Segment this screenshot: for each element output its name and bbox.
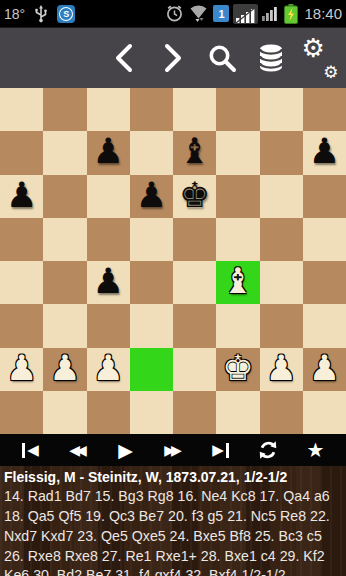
chevron-right-icon	[160, 41, 186, 75]
sim-icon: 1	[213, 5, 229, 22]
refresh-button[interactable]	[251, 436, 285, 464]
square-d6[interactable]: ♟	[130, 175, 173, 218]
square-h5[interactable]	[303, 218, 346, 261]
square-h1[interactable]	[303, 391, 346, 434]
square-f8[interactable]	[216, 88, 259, 131]
piece-white-pawn: ♟	[309, 351, 340, 386]
square-g2[interactable]: ♟	[260, 348, 303, 391]
square-f5[interactable]	[216, 218, 259, 261]
square-e6[interactable]: ♚	[173, 175, 216, 218]
square-f7[interactable]	[216, 131, 259, 174]
square-d4[interactable]	[130, 261, 173, 304]
search-button[interactable]	[197, 32, 246, 84]
square-e7[interactable]: ♝	[173, 131, 216, 174]
square-e5[interactable]	[173, 218, 216, 261]
square-g7[interactable]	[260, 131, 303, 174]
app-window: 18° S 1	[0, 0, 346, 576]
favorite-button[interactable]: ★	[299, 436, 333, 464]
square-d3[interactable]	[130, 304, 173, 347]
square-b5[interactable]	[43, 218, 86, 261]
status-bar: 18° S 1	[0, 0, 346, 28]
square-g8[interactable]	[260, 88, 303, 131]
start-bar-icon	[22, 443, 25, 458]
end-bar-icon	[226, 443, 229, 458]
square-c6[interactable]	[87, 175, 130, 218]
star-icon: ★	[307, 440, 325, 460]
square-d2[interactable]	[130, 348, 173, 391]
previous-game-button[interactable]	[99, 32, 148, 84]
database-button[interactable]	[246, 32, 295, 84]
skype-icon: S	[57, 5, 75, 23]
square-c1[interactable]	[87, 391, 130, 434]
square-d8[interactable]	[130, 88, 173, 131]
settings-button[interactable]: ⚙ ⚙	[295, 32, 344, 84]
square-a4[interactable]	[0, 261, 43, 304]
game-info-panel[interactable]: Fleissig, M - Steinitz, W, 1873.07.21, 1…	[0, 466, 346, 576]
piece-black-pawn: ♟	[92, 134, 123, 169]
skip-start-icon: ◀	[27, 443, 39, 458]
rewind-icon: ◀◀	[69, 443, 87, 457]
square-c3[interactable]	[87, 304, 130, 347]
piece-black-bishop: ♝	[179, 134, 210, 169]
wifi-icon	[188, 4, 209, 23]
rewind-button[interactable]: ◀◀	[61, 436, 95, 464]
square-a8[interactable]	[0, 88, 43, 131]
square-f4[interactable]: ♝	[216, 261, 259, 304]
skip-to-end-button[interactable]: ▶	[204, 436, 238, 464]
piece-black-pawn: ♟	[136, 178, 167, 213]
piece-white-pawn: ♟	[265, 351, 296, 386]
play-button[interactable]: ▶	[109, 436, 143, 464]
square-g5[interactable]	[260, 218, 303, 261]
square-c7[interactable]: ♟	[87, 131, 130, 174]
skip-end-icon: ▶	[212, 443, 224, 458]
square-e4[interactable]	[173, 261, 216, 304]
fast-forward-button[interactable]: ▶▶	[156, 436, 190, 464]
square-d5[interactable]	[130, 218, 173, 261]
gear-small-icon: ⚙	[323, 64, 338, 81]
square-d1[interactable]	[130, 391, 173, 434]
skip-to-start-button[interactable]: ◀	[14, 436, 48, 464]
square-e8[interactable]	[173, 88, 216, 131]
gear-large-icon: ⚙	[302, 35, 325, 61]
square-d7[interactable]	[130, 131, 173, 174]
piece-black-pawn: ♟	[92, 264, 123, 299]
square-a3[interactable]	[0, 304, 43, 347]
square-g3[interactable]	[260, 304, 303, 347]
clock-label: 18:40	[304, 5, 342, 22]
square-e3[interactable]	[173, 304, 216, 347]
square-b6[interactable]	[43, 175, 86, 218]
temperature-label: 18°	[4, 6, 25, 22]
square-h7[interactable]: ♟	[303, 131, 346, 174]
square-h2[interactable]: ♟	[303, 348, 346, 391]
settings-gears-icon: ⚙ ⚙	[303, 41, 337, 75]
play-icon: ▶	[118, 441, 133, 460]
usb-icon	[34, 5, 48, 23]
square-a1[interactable]	[0, 391, 43, 434]
piece-white-pawn: ♟	[49, 351, 80, 386]
square-h6[interactable]	[303, 175, 346, 218]
square-h4[interactable]	[303, 261, 346, 304]
signal-secondary-icon	[262, 5, 280, 22]
square-c5[interactable]	[87, 218, 130, 261]
piece-black-pawn: ♟	[6, 178, 37, 213]
square-g1[interactable]	[260, 391, 303, 434]
piece-white-king: ♚	[222, 351, 253, 386]
square-e1[interactable]	[173, 391, 216, 434]
square-b3[interactable]	[43, 304, 86, 347]
signal-icon	[233, 4, 258, 24]
square-b8[interactable]	[43, 88, 86, 131]
square-c4[interactable]: ♟	[87, 261, 130, 304]
game-header: Fleissig, M - Steinitz, W, 1873.07.21, 1…	[4, 468, 342, 487]
square-b2[interactable]: ♟	[43, 348, 86, 391]
square-c8[interactable]	[87, 88, 130, 131]
square-f3[interactable]	[216, 304, 259, 347]
square-b1[interactable]	[43, 391, 86, 434]
next-game-button[interactable]	[148, 32, 197, 84]
square-a5[interactable]	[0, 218, 43, 261]
piece-white-bishop: ♝	[222, 264, 253, 299]
square-b7[interactable]	[43, 131, 86, 174]
square-c2[interactable]: ♟	[87, 348, 130, 391]
database-icon	[257, 42, 285, 74]
playback-controls: ◀ ◀◀ ▶ ▶▶ ▶ ★	[0, 434, 346, 466]
move-list[interactable]: 14. Rad1 Bd7 15. Bg3 Rg8 16. Ne4 Kc8 17.…	[4, 487, 342, 576]
square-e2[interactable]	[173, 348, 216, 391]
battery-icon	[284, 4, 298, 24]
square-h8[interactable]	[303, 88, 346, 131]
square-g4[interactable]	[260, 261, 303, 304]
chevron-left-icon	[111, 41, 137, 75]
piece-black-king: ♚	[179, 178, 210, 213]
square-b4[interactable]	[43, 261, 86, 304]
square-h3[interactable]	[303, 304, 346, 347]
chess-board: ♟♝♟♟♟♚♟♝♟♟♟♚♟♟	[0, 88, 346, 434]
fast-forward-icon: ▶▶	[164, 443, 182, 457]
square-g6[interactable]	[260, 175, 303, 218]
toolbar: ⚙ ⚙	[0, 28, 346, 88]
square-a6[interactable]: ♟	[0, 175, 43, 218]
square-a2[interactable]: ♟	[0, 348, 43, 391]
square-f6[interactable]	[216, 175, 259, 218]
piece-white-pawn: ♟	[92, 351, 123, 386]
square-a7[interactable]	[0, 131, 43, 174]
piece-black-pawn: ♟	[309, 134, 340, 169]
alarm-icon	[165, 4, 184, 23]
piece-white-pawn: ♟	[6, 351, 37, 386]
square-f2[interactable]: ♚	[216, 348, 259, 391]
refresh-icon	[257, 439, 279, 461]
search-icon	[206, 42, 238, 74]
square-f1[interactable]	[216, 391, 259, 434]
